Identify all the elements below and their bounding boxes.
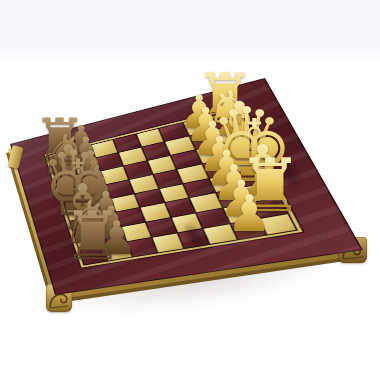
square-h6 [127, 238, 156, 257]
playing-area [44, 107, 302, 268]
photo-stage: ♜♜♞♞♝♝♛♛♚♚♝♝♞♞♜♜♟♟♟♟♟♟♟♟♟♟♟♟♟♟♟♟♟♟♟♟♟♟♟♟… [0, 0, 380, 380]
square-h1 [260, 214, 296, 234]
square-h4 [178, 229, 210, 248]
square-h7 [103, 242, 131, 260]
square-h5 [152, 234, 182, 253]
square-h8 [80, 247, 107, 265]
